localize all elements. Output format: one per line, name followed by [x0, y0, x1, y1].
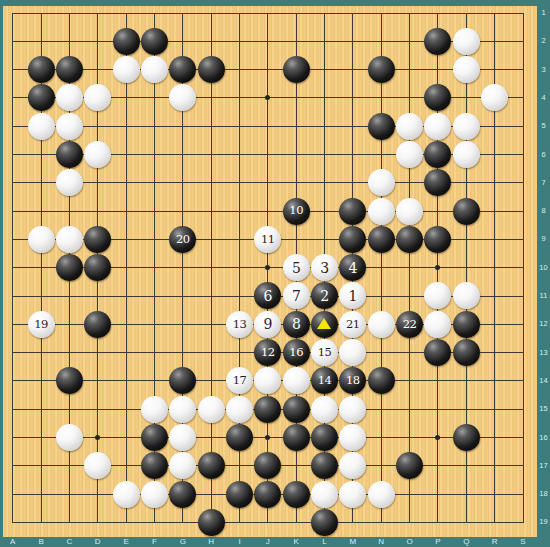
stone-D10[interactable]: [84, 254, 111, 281]
stone-I15[interactable]: [226, 396, 253, 423]
stone-Q3[interactable]: [453, 56, 480, 83]
stone-G14[interactable]: [169, 367, 196, 394]
stone-I16[interactable]: [226, 424, 253, 451]
stone-L15[interactable]: [311, 396, 338, 423]
stone-Q12[interactable]: [453, 311, 480, 338]
stone-K13[interactable]: 16: [283, 339, 310, 366]
stone-K11[interactable]: 7: [283, 282, 310, 309]
stone-C7[interactable]: [56, 169, 83, 196]
stone-M18[interactable]: [339, 481, 366, 508]
move-number-label: 11: [261, 234, 275, 246]
stone-G16[interactable]: [169, 424, 196, 451]
column-label-Q: Q: [459, 537, 473, 547]
stone-F17[interactable]: [141, 452, 168, 479]
stone-O12[interactable]: 22: [396, 311, 423, 338]
move-number-label: 14: [318, 375, 332, 387]
stone-L16[interactable]: [311, 424, 338, 451]
stone-J9[interactable]: 11: [254, 226, 281, 253]
stone-P9[interactable]: [424, 226, 451, 253]
stone-L12[interactable]: [311, 311, 338, 338]
stone-F18[interactable]: [141, 481, 168, 508]
stone-C10[interactable]: [56, 254, 83, 281]
move-number-label: 7: [292, 289, 300, 303]
column-label-I: I: [233, 537, 247, 547]
stone-N5[interactable]: [368, 113, 395, 140]
move-number-label: 8: [292, 317, 300, 331]
move-number-label: 2: [320, 289, 328, 303]
stone-I12[interactable]: 13: [226, 311, 253, 338]
move-number-label: 19: [34, 319, 48, 331]
stone-P5[interactable]: [424, 113, 451, 140]
stone-F16[interactable]: [141, 424, 168, 451]
stone-I14[interactable]: 17: [226, 367, 253, 394]
stone-P13[interactable]: [424, 339, 451, 366]
stone-N3[interactable]: [368, 56, 395, 83]
stone-L10[interactable]: 3: [311, 254, 338, 281]
stone-D9[interactable]: [84, 226, 111, 253]
stone-E18[interactable]: [113, 481, 140, 508]
row-label-11: 11: [537, 291, 550, 301]
stone-P7[interactable]: [424, 169, 451, 196]
stone-L11[interactable]: 2: [311, 282, 338, 309]
column-label-L: L: [318, 537, 332, 547]
row-label-16: 16: [537, 433, 550, 443]
stone-D4[interactable]: [84, 84, 111, 111]
move-number-label: 16: [289, 347, 303, 359]
stone-J17[interactable]: [254, 452, 281, 479]
column-label-M: M: [346, 537, 360, 547]
row-label-6: 6: [537, 150, 550, 160]
stone-J15[interactable]: [254, 396, 281, 423]
stone-C16[interactable]: [56, 424, 83, 451]
stone-Q16[interactable]: [453, 424, 480, 451]
row-label-14: 14: [537, 376, 550, 386]
stone-L19[interactable]: [311, 509, 338, 536]
stone-P2[interactable]: [424, 28, 451, 55]
stone-G9[interactable]: 20: [169, 226, 196, 253]
row-label-7: 7: [537, 178, 550, 188]
column-label-O: O: [403, 537, 417, 547]
stone-B4[interactable]: [28, 84, 55, 111]
row-label-10: 10: [537, 263, 550, 273]
stone-H15[interactable]: [198, 396, 225, 423]
move-number-label: 22: [403, 319, 417, 331]
move-number-label: 1: [349, 289, 357, 303]
row-label-4: 4: [537, 93, 550, 103]
move-number-label: 4: [349, 261, 357, 275]
stone-K10[interactable]: 5: [283, 254, 310, 281]
stone-L13[interactable]: 15: [311, 339, 338, 366]
stone-M11[interactable]: 1: [339, 282, 366, 309]
move-number-label: 20: [176, 234, 190, 246]
stone-H17[interactable]: [198, 452, 225, 479]
column-label-G: G: [176, 537, 190, 547]
stone-H19[interactable]: [198, 509, 225, 536]
stone-J18[interactable]: [254, 481, 281, 508]
stone-C3[interactable]: [56, 56, 83, 83]
stone-N12[interactable]: [368, 311, 395, 338]
stone-K12[interactable]: 8: [283, 311, 310, 338]
stone-B12[interactable]: 19: [28, 311, 55, 338]
row-label-18: 18: [537, 489, 550, 499]
stone-D12[interactable]: [84, 311, 111, 338]
column-label-B: B: [34, 537, 48, 547]
stone-N8[interactable]: [368, 198, 395, 225]
move-number-label: 6: [264, 289, 272, 303]
row-label-5: 5: [537, 121, 550, 131]
row-label-1: 1: [537, 8, 550, 18]
stone-K15[interactable]: [283, 396, 310, 423]
column-label-F: F: [147, 537, 161, 547]
stone-J11[interactable]: 6: [254, 282, 281, 309]
column-label-H: H: [204, 537, 218, 547]
stone-M17[interactable]: [339, 452, 366, 479]
column-label-R: R: [488, 537, 502, 547]
stone-E3[interactable]: [113, 56, 140, 83]
column-label-P: P: [431, 537, 445, 547]
stone-O9[interactable]: [396, 226, 423, 253]
stone-B5[interactable]: [28, 113, 55, 140]
stone-N14[interactable]: [368, 367, 395, 394]
stone-K14[interactable]: [283, 367, 310, 394]
stone-M16[interactable]: [339, 424, 366, 451]
row-label-8: 8: [537, 206, 550, 216]
stone-B9[interactable]: [28, 226, 55, 253]
row-label-17: 17: [537, 461, 550, 471]
stone-I18[interactable]: [226, 481, 253, 508]
move-number-label: 5: [292, 261, 300, 275]
stone-Q6[interactable]: [453, 141, 480, 168]
stone-Q11[interactable]: [453, 282, 480, 309]
stone-G4[interactable]: [169, 84, 196, 111]
stone-B3[interactable]: [28, 56, 55, 83]
stone-F15[interactable]: [141, 396, 168, 423]
stones-layer: 10201153467211913982122121615171418: [0, 0, 537, 537]
row-label-19: 19: [537, 517, 550, 527]
stone-C6[interactable]: [56, 141, 83, 168]
row-label-9: 9: [537, 234, 550, 244]
column-label-D: D: [91, 537, 105, 547]
move-number-label: 3: [320, 261, 328, 275]
stone-P4[interactable]: [424, 84, 451, 111]
move-number-label: 12: [261, 347, 275, 359]
stone-L17[interactable]: [311, 452, 338, 479]
stone-Q2[interactable]: [453, 28, 480, 55]
stone-J13[interactable]: 12: [254, 339, 281, 366]
stone-C14[interactable]: [56, 367, 83, 394]
stone-G18[interactable]: [169, 481, 196, 508]
stone-N9[interactable]: [368, 226, 395, 253]
move-number-label: 9: [264, 317, 272, 331]
triangle-mark-icon: [317, 318, 331, 329]
stone-C5[interactable]: [56, 113, 83, 140]
stone-G3[interactable]: [169, 56, 196, 83]
stone-H3[interactable]: [198, 56, 225, 83]
stone-K8[interactable]: 10: [283, 198, 310, 225]
move-number-label: 21: [346, 319, 360, 331]
stone-O17[interactable]: [396, 452, 423, 479]
stone-O8[interactable]: [396, 198, 423, 225]
go-board[interactable]: 10201153467211913982122121615171418: [3, 6, 537, 537]
column-label-C: C: [62, 537, 76, 547]
stone-M9[interactable]: [339, 226, 366, 253]
move-number-label: 17: [233, 375, 247, 387]
row-label-2: 2: [537, 36, 550, 46]
stone-M8[interactable]: [339, 198, 366, 225]
stone-L18[interactable]: [311, 481, 338, 508]
stone-F2[interactable]: [141, 28, 168, 55]
stone-Q5[interactable]: [453, 113, 480, 140]
move-number-label: 18: [346, 375, 360, 387]
stone-K3[interactable]: [283, 56, 310, 83]
stone-K16[interactable]: [283, 424, 310, 451]
stone-L14[interactable]: 14: [311, 367, 338, 394]
column-label-K: K: [289, 537, 303, 547]
stone-J12[interactable]: 9: [254, 311, 281, 338]
go-board-page: 10201153467211913982122121615171418 ABCD…: [0, 0, 550, 547]
stone-M13[interactable]: [339, 339, 366, 366]
row-label-3: 3: [537, 65, 550, 75]
stone-Q13[interactable]: [453, 339, 480, 366]
stone-G15[interactable]: [169, 396, 196, 423]
stone-D6[interactable]: [84, 141, 111, 168]
column-label-N: N: [374, 537, 388, 547]
stone-M10[interactable]: 4: [339, 254, 366, 281]
stone-M15[interactable]: [339, 396, 366, 423]
stone-O5[interactable]: [396, 113, 423, 140]
stone-N7[interactable]: [368, 169, 395, 196]
stone-O6[interactable]: [396, 141, 423, 168]
stone-R4[interactable]: [481, 84, 508, 111]
stone-G17[interactable]: [169, 452, 196, 479]
row-label-15: 15: [537, 404, 550, 414]
stone-K18[interactable]: [283, 481, 310, 508]
move-number-label: 13: [233, 319, 247, 331]
stone-F3[interactable]: [141, 56, 168, 83]
stone-J14[interactable]: [254, 367, 281, 394]
move-number-label: 10: [289, 205, 303, 217]
stone-P12[interactable]: [424, 311, 451, 338]
stone-E2[interactable]: [113, 28, 140, 55]
column-label-A: A: [6, 537, 20, 547]
stone-M14[interactable]: 18: [339, 367, 366, 394]
stone-P6[interactable]: [424, 141, 451, 168]
row-label-12: 12: [537, 319, 550, 329]
column-label-S: S: [516, 537, 530, 547]
stone-C4[interactable]: [56, 84, 83, 111]
stone-M12[interactable]: 21: [339, 311, 366, 338]
stone-D17[interactable]: [84, 452, 111, 479]
column-label-J: J: [261, 537, 275, 547]
stone-P11[interactable]: [424, 282, 451, 309]
stone-N18[interactable]: [368, 481, 395, 508]
stone-C9[interactable]: [56, 226, 83, 253]
column-label-E: E: [119, 537, 133, 547]
move-number-label: 15: [318, 347, 332, 359]
stone-Q8[interactable]: [453, 198, 480, 225]
row-label-13: 13: [537, 348, 550, 358]
